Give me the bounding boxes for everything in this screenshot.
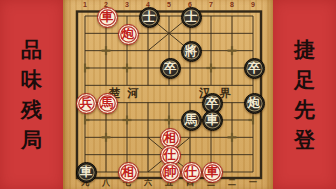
piece-black-advisor[interactable]: 士 <box>181 7 202 28</box>
banner-right-char: 登 <box>294 128 315 152</box>
file-label-bottom: 二 <box>228 177 236 188</box>
piece-black-soldier[interactable]: 卒 <box>244 58 265 79</box>
piece-red-advisor[interactable]: 仕 <box>181 162 202 183</box>
banner-left-char: 局 <box>21 128 42 152</box>
piece-red-chariot[interactable]: 車 <box>97 7 118 28</box>
piece-red-chariot[interactable]: 車 <box>202 162 223 183</box>
file-label-bottom: 六 <box>144 177 152 188</box>
piece-red-horse[interactable]: 馬 <box>97 93 118 114</box>
file-label-top: 8 <box>230 1 234 8</box>
xiangqi-screenshot: 品味残局 楚河 汉界 123456789九八七六五四三二一車士士炮將卒卒兵馬卒炮… <box>0 0 336 189</box>
piece-red-general[interactable]: 帥 <box>160 162 181 183</box>
piece-black-chariot[interactable]: 車 <box>76 162 97 183</box>
piece-black-cannon[interactable]: 炮 <box>244 93 265 114</box>
piece-black-chariot[interactable]: 車 <box>202 110 223 131</box>
piece-red-elephant[interactable]: 相 <box>118 162 139 183</box>
file-label-bottom: 一 <box>249 177 257 188</box>
file-label-top: 3 <box>125 1 129 8</box>
left-banner: 品味残局 <box>0 0 63 189</box>
file-label-top: 1 <box>83 1 87 8</box>
file-label-top: 9 <box>251 1 255 8</box>
file-label-top: 5 <box>167 1 171 8</box>
xiangqi-board[interactable]: 楚河 汉界 123456789九八七六五四三二一車士士炮將卒卒兵馬卒炮馬車相仕車… <box>63 0 273 189</box>
piece-red-soldier[interactable]: 兵 <box>76 93 97 114</box>
right-banner: 捷足先登 <box>273 0 336 189</box>
file-label-top: 7 <box>209 1 213 8</box>
piece-black-horse[interactable]: 馬 <box>181 110 202 131</box>
banner-right-char: 足 <box>294 68 315 92</box>
piece-black-general[interactable]: 將 <box>181 41 202 62</box>
piece-black-advisor[interactable]: 士 <box>139 7 160 28</box>
banner-left-char: 残 <box>21 98 42 122</box>
file-label-bottom: 八 <box>102 177 110 188</box>
piece-black-soldier[interactable]: 卒 <box>160 58 181 79</box>
banner-left-char: 味 <box>21 68 42 92</box>
banner-left-char: 品 <box>21 38 42 62</box>
piece-red-cannon[interactable]: 炮 <box>118 24 139 45</box>
banner-right-char: 先 <box>294 98 315 122</box>
banner-right-char: 捷 <box>294 38 315 62</box>
